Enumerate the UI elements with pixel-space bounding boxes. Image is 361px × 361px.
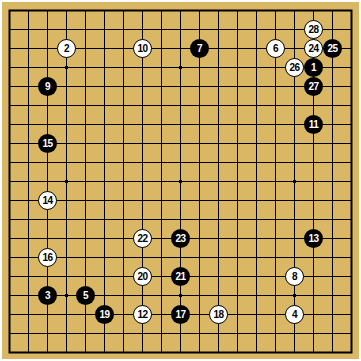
white-stone-18: 18	[209, 305, 228, 324]
white-stone-2: 2	[57, 39, 76, 58]
black-stone-3: 3	[38, 286, 57, 305]
white-stone-24: 24	[304, 39, 323, 58]
white-stone-16: 16	[38, 248, 57, 267]
black-stone-23: 23	[171, 229, 190, 248]
white-stone-10: 10	[133, 39, 152, 58]
white-stone-4: 4	[285, 305, 304, 324]
stones-layer: 1234567891011121314151617181920212223242…	[0, 0, 361, 361]
white-stone-6: 6	[266, 39, 285, 58]
black-stone-11: 11	[304, 115, 323, 134]
black-stone-17: 17	[171, 305, 190, 324]
white-stone-28: 28	[304, 20, 323, 39]
white-stone-26: 26	[285, 58, 304, 77]
black-stone-27: 27	[304, 77, 323, 96]
black-stone-1: 1	[304, 58, 323, 77]
black-stone-15: 15	[38, 134, 57, 153]
black-stone-5: 5	[76, 286, 95, 305]
black-stone-19: 19	[95, 305, 114, 324]
white-stone-20: 20	[133, 267, 152, 286]
black-stone-7: 7	[190, 39, 209, 58]
black-stone-13: 13	[304, 229, 323, 248]
black-stone-9: 9	[38, 77, 57, 96]
black-stone-21: 21	[171, 267, 190, 286]
black-stone-25: 25	[323, 39, 342, 58]
white-stone-12: 12	[133, 305, 152, 324]
white-stone-22: 22	[133, 229, 152, 248]
white-stone-8: 8	[285, 267, 304, 286]
go-diagram-frame: 1234567891011121314151617181920212223242…	[0, 0, 361, 361]
white-stone-14: 14	[38, 191, 57, 210]
